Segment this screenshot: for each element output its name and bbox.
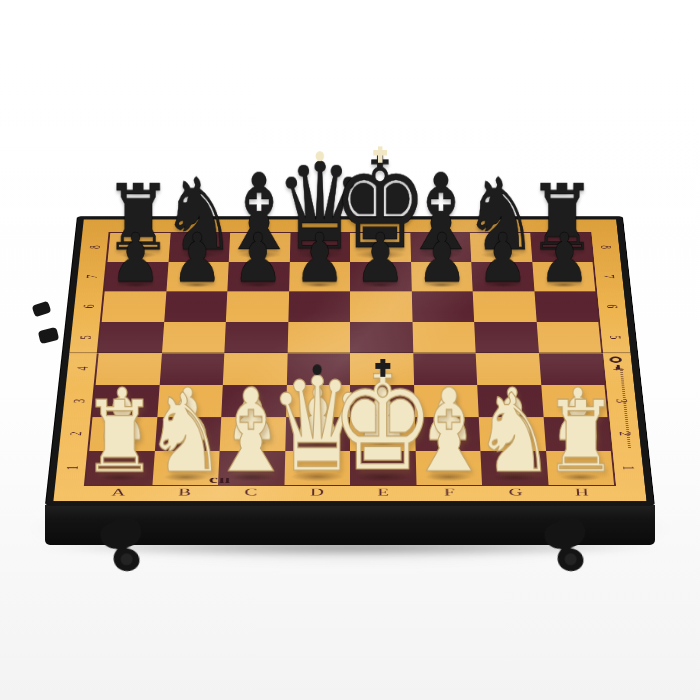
piece-white-rook-h1[interactable]: ♜	[543, 388, 618, 487]
piece-black-pawn-e7[interactable]: ♟	[355, 223, 406, 291]
clasp-latch-left	[87, 512, 156, 583]
rank-label-right-6: 6	[595, 291, 627, 321]
piece-black-pawn-g7[interactable]: ♟	[477, 223, 528, 291]
file-label-a: A	[84, 486, 152, 502]
piece-black-pawn-d7[interactable]: ♟	[294, 223, 345, 291]
finial-cross	[378, 146, 383, 162]
finial-ball	[313, 364, 322, 375]
latch-hook-icon	[531, 512, 599, 579]
piece-black-pawn-h7[interactable]: ♟	[539, 223, 590, 291]
file-label-d: D	[284, 486, 350, 502]
rank-label-left-6: 6	[73, 291, 105, 321]
finial-ball	[316, 151, 324, 161]
piece-black-pawn-a7[interactable]: ♟	[110, 223, 161, 291]
rank-label-right-5: 5	[598, 322, 630, 353]
rank-label-left-7: 7	[76, 262, 107, 292]
file-label-g: G	[482, 486, 549, 502]
file-label-h: H	[548, 486, 616, 502]
piece-black-pawn-b7[interactable]: ♟	[171, 223, 222, 291]
pieces-layer: ♜♞♝♛♚♝♞♜♟♟♟♟♟♟♟♟♟♟♟♟♟♟♟♟♜♞♝♛♚♝♞♜	[46, 217, 654, 505]
piece-black-pawn-c7[interactable]: ♟	[233, 223, 284, 291]
finial-cross	[380, 359, 385, 377]
chess-board: сп ♜♞♝♛♚♝♞♜♟♟♟♟♟♟♟♟♟♟♟♟♟♟♟♟♜♞♝♛♚♝♞♜	[46, 217, 654, 505]
file-label-f: F	[416, 486, 483, 502]
file-label-b: B	[151, 486, 218, 502]
file-label-e: E	[350, 486, 416, 502]
rank-label-left-5: 5	[69, 322, 101, 353]
chess-set-scene: сп ♜♞♝♛♚♝♞♜♟♟♟♟♟♟♟♟♟♟♟♟♟♟♟♟♜♞♝♛♚♝♞♜	[0, 0, 700, 700]
file-label-c: C	[217, 486, 284, 502]
clasp-latch-right	[531, 512, 600, 583]
board-front-edge	[45, 505, 655, 545]
perspective-wrapper: сп ♜♞♝♛♚♝♞♜♟♟♟♟♟♟♟♟♟♟♟♟♟♟♟♟♜♞♝♛♚♝♞♜	[0, 0, 700, 700]
rank-label-right-7: 7	[593, 262, 624, 292]
latch-hook-icon	[87, 512, 155, 579]
piece-black-pawn-f7[interactable]: ♟	[416, 223, 467, 291]
